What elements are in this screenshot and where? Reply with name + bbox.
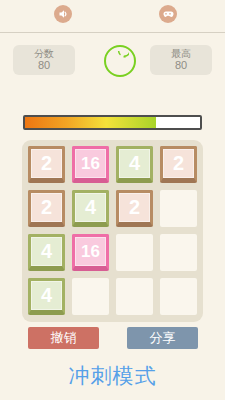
score-box: 分数 80	[13, 45, 75, 75]
empty-cell	[160, 234, 197, 271]
best-score-box: 最高 80	[150, 45, 212, 75]
mode-title: 冲刺模式	[0, 362, 225, 390]
tile-4: 4	[28, 234, 65, 271]
tile-16: 16	[72, 234, 109, 271]
tile-2: 2	[116, 190, 153, 227]
empty-cell	[160, 278, 197, 315]
tile-2: 2	[28, 190, 65, 227]
header-divider	[0, 32, 225, 33]
best-label: 最高	[171, 48, 191, 60]
undo-button[interactable]: 撤销	[28, 327, 99, 349]
more-games-button[interactable]	[159, 5, 177, 23]
empty-cell	[72, 278, 109, 315]
game-board[interactable]: 216422424164	[22, 140, 203, 322]
empty-cell	[160, 190, 197, 227]
tile-2: 2	[28, 146, 65, 183]
progress-fill	[25, 117, 156, 128]
empty-cell	[116, 278, 153, 315]
sound-button[interactable]	[54, 5, 72, 23]
progress-bar	[23, 115, 202, 130]
tile-2: 2	[160, 146, 197, 183]
restart-button[interactable]	[104, 45, 136, 77]
speaker-icon	[57, 8, 69, 20]
score-label: 分数	[34, 48, 54, 60]
empty-cell	[116, 234, 153, 271]
score-value: 80	[38, 59, 50, 72]
best-value: 80	[175, 59, 187, 72]
gamepad-icon	[162, 8, 174, 20]
tile-4: 4	[72, 190, 109, 227]
tile-4: 4	[28, 278, 65, 315]
share-button[interactable]: 分享	[127, 327, 198, 349]
tile-4: 4	[116, 146, 153, 183]
tile-16: 16	[72, 146, 109, 183]
refresh-icon	[111, 51, 129, 72]
